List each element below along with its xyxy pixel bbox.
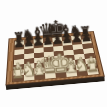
board-square: [24, 53, 34, 59]
product-photo: ♜♞♝♛♚♝♞♜♟♟♟♟♟♟♟♟♟♟♟♟♟♟♟♟♜♞♝♛♚♝♞♜: [0, 0, 107, 107]
board-square: [24, 63, 34, 69]
board-square: ♜: [87, 69, 99, 76]
board-square: ♝: [34, 73, 45, 80]
board-square: [83, 48, 94, 54]
board-square: ♜: [13, 75, 24, 82]
board-square: ♟: [76, 64, 87, 70]
board-grid: ♜♞♝♛♚♝♞♜♟♟♟♟♟♟♟♟♟♟♟♟♟♟♟♟♜♞♝♛♚♝♞♜: [13, 34, 99, 81]
board-square: [34, 52, 44, 58]
board-square: ♛: [45, 72, 56, 79]
board-square: [14, 54, 24, 60]
chess-board: ♜♞♝♛♚♝♞♜♟♟♟♟♟♟♟♟♟♟♟♟♟♟♟♟♜♞♝♛♚♝♞♜: [6, 31, 105, 85]
board-square: [55, 61, 66, 67]
board-square: ♚: [55, 71, 66, 78]
board-square: ♞: [24, 74, 35, 81]
